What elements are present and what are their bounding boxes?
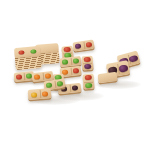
domino-stack: [14, 46, 42, 71]
yellow-fruit-icon: [31, 92, 38, 98]
tile-divider: [42, 73, 44, 80]
purple-fruit-icon: [75, 44, 82, 49]
green-fruit-icon: [30, 49, 37, 54]
tile-divider: [39, 90, 41, 98]
red-fruit-icon: [85, 42, 92, 47]
orange-fruit-icon: [42, 91, 49, 97]
green-fruit-icon: [85, 82, 92, 87]
dark-fruit-icon: [72, 86, 78, 91]
tile-divider: [70, 68, 72, 75]
orange-fruit-icon: [44, 74, 50, 79]
red-fruit-icon: [18, 50, 25, 55]
domino-tile-chain-1: [72, 40, 94, 52]
orange-fruit-icon: [34, 75, 40, 80]
domino-tile-chain-8: [83, 74, 95, 90]
domino-set-product-photo: [0, 0, 150, 150]
red-fruit-icon: [84, 57, 91, 62]
green-fruit-icon: [56, 81, 63, 86]
purple-fruit-icon: [128, 54, 138, 62]
tile-divider: [14, 48, 16, 56]
red-fruit-icon: [16, 75, 22, 80]
tile-divider: [70, 58, 72, 65]
tile-divider: [69, 85, 71, 92]
red-fruit-icon: [85, 75, 92, 80]
domino-tile-chain-4: [82, 56, 94, 71]
purple-fruit-icon: [118, 64, 128, 72]
tile-divider: [83, 42, 85, 49]
tile-divider: [54, 81, 56, 88]
green-fruit-icon: [62, 60, 68, 65]
green-fruit-icon: [72, 59, 78, 64]
purple-fruit-icon: [84, 64, 91, 69]
domino-tile-cluster-4: [28, 88, 52, 100]
red-fruit-icon: [72, 68, 78, 73]
